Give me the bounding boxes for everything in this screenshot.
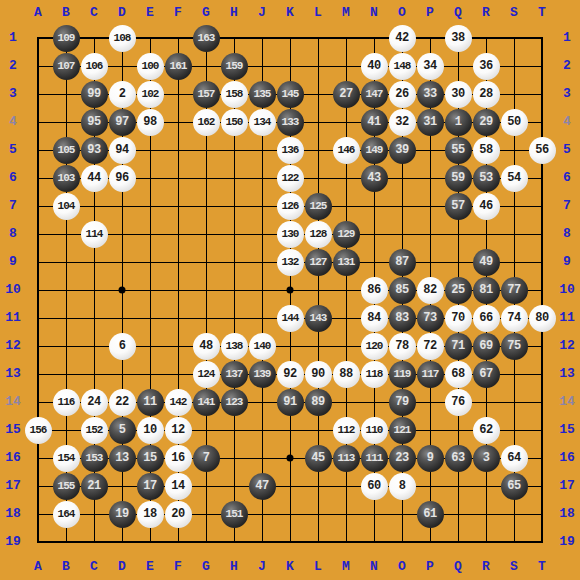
white-stone-D14-move-22: 22 [109, 389, 136, 416]
white-stone-R11-move-66: 66 [473, 305, 500, 332]
white-stone-R7-move-46: 46 [473, 193, 500, 220]
row-label-right-11: 11 [554, 305, 580, 331]
black-stone-G3-move-157: 157 [193, 81, 220, 108]
black-stone-D18-move-19: 19 [109, 501, 136, 528]
row-label-left-8: 8 [0, 221, 26, 247]
black-stone-N16-move-111: 111 [361, 445, 388, 472]
black-stone-H13-move-137: 137 [221, 361, 248, 388]
white-stone-E3-move-102: 102 [137, 81, 164, 108]
col-label-bottom-E: E [137, 554, 163, 580]
row-label-left-13: 13 [0, 361, 26, 387]
black-stone-O14-move-79: 79 [389, 389, 416, 416]
col-label-top-J: J [249, 0, 275, 26]
white-stone-K13-move-92: 92 [277, 361, 304, 388]
white-stone-D12-move-6: 6 [109, 333, 136, 360]
col-label-bottom-H: H [221, 554, 247, 580]
hoshi-point-D10 [119, 287, 126, 294]
black-stone-M9-move-131: 131 [333, 249, 360, 276]
black-stone-L9-move-127: 127 [305, 249, 332, 276]
white-stone-N11-move-84: 84 [361, 305, 388, 332]
black-stone-C4-move-95: 95 [81, 109, 108, 136]
hoshi-point-K16 [287, 455, 294, 462]
black-stone-R6-move-53: 53 [473, 165, 500, 192]
white-stone-O12-move-78: 78 [389, 333, 416, 360]
col-label-bottom-F: F [165, 554, 191, 580]
row-label-left-12: 12 [0, 333, 26, 359]
row-label-right-17: 17 [554, 473, 580, 499]
col-label-top-O: O [389, 0, 415, 26]
white-stone-D3-move-2: 2 [109, 81, 136, 108]
white-stone-Q14-move-76: 76 [445, 389, 472, 416]
row-label-left-2: 2 [0, 53, 26, 79]
black-stone-J3-move-135: 135 [249, 81, 276, 108]
white-stone-L8-move-128: 128 [305, 221, 332, 248]
black-stone-S12-move-75: 75 [501, 333, 528, 360]
hoshi-point-K10 [287, 287, 294, 294]
white-stone-Q3-move-30: 30 [445, 81, 472, 108]
col-label-bottom-M: M [333, 554, 359, 580]
black-stone-N4-move-41: 41 [361, 109, 388, 136]
black-stone-B1-move-109: 109 [53, 25, 80, 52]
white-stone-B16-move-154: 154 [53, 445, 80, 472]
col-label-top-B: B [53, 0, 79, 26]
white-stone-K6-move-122: 122 [277, 165, 304, 192]
row-label-right-15: 15 [554, 417, 580, 443]
white-stone-G13-move-124: 124 [193, 361, 220, 388]
black-stone-J17-move-47: 47 [249, 473, 276, 500]
row-label-right-8: 8 [554, 221, 580, 247]
black-stone-Q5-move-55: 55 [445, 137, 472, 164]
white-stone-N15-move-110: 110 [361, 417, 388, 444]
white-stone-D5-move-94: 94 [109, 137, 136, 164]
row-label-right-1: 1 [554, 25, 580, 51]
black-stone-B5-move-105: 105 [53, 137, 80, 164]
black-stone-P4-move-31: 31 [417, 109, 444, 136]
col-label-top-L: L [305, 0, 331, 26]
row-label-left-11: 11 [0, 305, 26, 331]
black-stone-H2-move-159: 159 [221, 53, 248, 80]
white-stone-B14-move-116: 116 [53, 389, 80, 416]
white-stone-C8-move-114: 114 [81, 221, 108, 248]
row-label-left-17: 17 [0, 473, 26, 499]
black-stone-Q7-move-57: 57 [445, 193, 472, 220]
white-stone-N10-move-86: 86 [361, 277, 388, 304]
white-stone-S11-move-74: 74 [501, 305, 528, 332]
black-stone-E16-move-15: 15 [137, 445, 164, 472]
row-label-left-14: 14 [0, 389, 26, 415]
row-label-right-13: 13 [554, 361, 580, 387]
white-stone-F15-move-12: 12 [165, 417, 192, 444]
white-stone-B18-move-164: 164 [53, 501, 80, 528]
black-stone-Q16-move-63: 63 [445, 445, 472, 472]
white-stone-F14-move-142: 142 [165, 389, 192, 416]
col-label-top-F: F [165, 0, 191, 26]
row-label-left-19: 19 [0, 529, 26, 555]
white-stone-J4-move-134: 134 [249, 109, 276, 136]
black-stone-Q4-move-1: 1 [445, 109, 472, 136]
black-stone-P11-move-73: 73 [417, 305, 444, 332]
black-stone-M16-move-113: 113 [333, 445, 360, 472]
white-stone-K5-move-136: 136 [277, 137, 304, 164]
white-stone-R3-move-28: 28 [473, 81, 500, 108]
white-stone-N17-move-60: 60 [361, 473, 388, 500]
col-label-bottom-J: J [249, 554, 275, 580]
black-stone-Q6-move-59: 59 [445, 165, 472, 192]
white-stone-F17-move-14: 14 [165, 473, 192, 500]
row-label-left-5: 5 [0, 137, 26, 163]
col-label-top-A: A [25, 0, 51, 26]
row-label-right-16: 16 [554, 445, 580, 471]
black-stone-K14-move-91: 91 [277, 389, 304, 416]
black-stone-R4-move-29: 29 [473, 109, 500, 136]
row-label-right-10: 10 [554, 277, 580, 303]
white-stone-P12-move-72: 72 [417, 333, 444, 360]
row-label-left-1: 1 [0, 25, 26, 51]
col-label-bottom-P: P [417, 554, 443, 580]
row-label-right-9: 9 [554, 249, 580, 275]
white-stone-E18-move-18: 18 [137, 501, 164, 528]
col-label-top-H: H [221, 0, 247, 26]
col-label-bottom-S: S [501, 554, 527, 580]
white-stone-O4-move-32: 32 [389, 109, 416, 136]
white-stone-S4-move-50: 50 [501, 109, 528, 136]
black-stone-P18-move-61: 61 [417, 501, 444, 528]
black-stone-H18-move-151: 151 [221, 501, 248, 528]
col-label-bottom-T: T [529, 554, 555, 580]
white-stone-E4-move-98: 98 [137, 109, 164, 136]
white-stone-S16-move-64: 64 [501, 445, 528, 472]
black-stone-M3-move-27: 27 [333, 81, 360, 108]
black-stone-N5-move-149: 149 [361, 137, 388, 164]
white-stone-E2-move-100: 100 [137, 53, 164, 80]
black-stone-R9-move-49: 49 [473, 249, 500, 276]
black-stone-P3-move-33: 33 [417, 81, 444, 108]
white-stone-J12-move-140: 140 [249, 333, 276, 360]
black-stone-R12-move-69: 69 [473, 333, 500, 360]
white-stone-F18-move-20: 20 [165, 501, 192, 528]
black-stone-B2-move-107: 107 [53, 53, 80, 80]
white-stone-E15-move-10: 10 [137, 417, 164, 444]
white-stone-K9-move-132: 132 [277, 249, 304, 276]
black-stone-P16-move-9: 9 [417, 445, 444, 472]
row-label-right-3: 3 [554, 81, 580, 107]
white-stone-P10-move-82: 82 [417, 277, 444, 304]
black-stone-E14-move-11: 11 [137, 389, 164, 416]
white-stone-G4-move-162: 162 [193, 109, 220, 136]
white-stone-N13-move-118: 118 [361, 361, 388, 388]
black-stone-N3-move-147: 147 [361, 81, 388, 108]
col-label-top-C: C [81, 0, 107, 26]
col-label-bottom-C: C [81, 554, 107, 580]
black-stone-F2-move-161: 161 [165, 53, 192, 80]
black-stone-D16-move-13: 13 [109, 445, 136, 472]
white-stone-Q1-move-38: 38 [445, 25, 472, 52]
row-label-right-5: 5 [554, 137, 580, 163]
col-label-top-T: T [529, 0, 555, 26]
col-label-bottom-K: K [277, 554, 303, 580]
col-label-top-S: S [501, 0, 527, 26]
white-stone-O17-move-8: 8 [389, 473, 416, 500]
white-stone-C15-move-152: 152 [81, 417, 108, 444]
row-label-left-18: 18 [0, 501, 26, 527]
white-stone-C14-move-24: 24 [81, 389, 108, 416]
white-stone-H3-move-158: 158 [221, 81, 248, 108]
black-stone-O11-move-83: 83 [389, 305, 416, 332]
black-stone-C16-move-153: 153 [81, 445, 108, 472]
white-stone-K7-move-126: 126 [277, 193, 304, 220]
black-stone-L7-move-125: 125 [305, 193, 332, 220]
black-stone-P13-move-117: 117 [417, 361, 444, 388]
row-label-left-16: 16 [0, 445, 26, 471]
white-stone-R2-move-36: 36 [473, 53, 500, 80]
col-label-bottom-B: B [53, 554, 79, 580]
white-stone-S6-move-54: 54 [501, 165, 528, 192]
black-stone-R16-move-3: 3 [473, 445, 500, 472]
white-stone-K8-move-130: 130 [277, 221, 304, 248]
black-stone-B6-move-103: 103 [53, 165, 80, 192]
black-stone-D15-move-5: 5 [109, 417, 136, 444]
row-label-right-6: 6 [554, 165, 580, 191]
white-stone-D1-move-108: 108 [109, 25, 136, 52]
row-label-left-6: 6 [0, 165, 26, 191]
black-stone-O16-move-23: 23 [389, 445, 416, 472]
white-stone-Q13-move-68: 68 [445, 361, 472, 388]
col-label-top-Q: Q [445, 0, 471, 26]
white-stone-G12-move-48: 48 [193, 333, 220, 360]
black-stone-S10-move-77: 77 [501, 277, 528, 304]
black-stone-D4-move-97: 97 [109, 109, 136, 136]
row-label-right-2: 2 [554, 53, 580, 79]
col-label-top-M: M [333, 0, 359, 26]
col-label-bottom-D: D [109, 554, 135, 580]
black-stone-R10-move-81: 81 [473, 277, 500, 304]
black-stone-C5-move-93: 93 [81, 137, 108, 164]
white-stone-M13-move-88: 88 [333, 361, 360, 388]
col-label-bottom-N: N [361, 554, 387, 580]
white-stone-T11-move-80: 80 [529, 305, 556, 332]
black-stone-J13-move-139: 139 [249, 361, 276, 388]
col-label-bottom-R: R [473, 554, 499, 580]
white-stone-M15-move-112: 112 [333, 417, 360, 444]
black-stone-G14-move-141: 141 [193, 389, 220, 416]
col-label-top-K: K [277, 0, 303, 26]
col-label-top-E: E [137, 0, 163, 26]
white-stone-D6-move-96: 96 [109, 165, 136, 192]
white-stone-H4-move-150: 150 [221, 109, 248, 136]
white-stone-A15-move-156: 156 [25, 417, 52, 444]
row-label-right-4: 4 [554, 109, 580, 135]
black-stone-Q12-move-71: 71 [445, 333, 472, 360]
col-label-bottom-Q: Q [445, 554, 471, 580]
white-stone-O1-move-42: 42 [389, 25, 416, 52]
black-stone-O10-move-85: 85 [389, 277, 416, 304]
col-label-top-D: D [109, 0, 135, 26]
white-stone-Q11-move-70: 70 [445, 305, 472, 332]
row-label-left-7: 7 [0, 193, 26, 219]
black-stone-O5-move-39: 39 [389, 137, 416, 164]
black-stone-O13-move-119: 119 [389, 361, 416, 388]
white-stone-K11-move-144: 144 [277, 305, 304, 332]
white-stone-F16-move-16: 16 [165, 445, 192, 472]
row-label-left-3: 3 [0, 81, 26, 107]
black-stone-R13-move-67: 67 [473, 361, 500, 388]
black-stone-C3-move-99: 99 [81, 81, 108, 108]
black-stone-B17-move-155: 155 [53, 473, 80, 500]
white-stone-C2-move-106: 106 [81, 53, 108, 80]
col-label-bottom-L: L [305, 554, 331, 580]
col-label-bottom-A: A [25, 554, 51, 580]
black-stone-N6-move-43: 43 [361, 165, 388, 192]
col-label-top-G: G [193, 0, 219, 26]
row-label-left-4: 4 [0, 109, 26, 135]
black-stone-G16-move-7: 7 [193, 445, 220, 472]
white-stone-L13-move-90: 90 [305, 361, 332, 388]
row-label-left-15: 15 [0, 417, 26, 443]
black-stone-H14-move-123: 123 [221, 389, 248, 416]
row-label-right-7: 7 [554, 193, 580, 219]
row-label-right-18: 18 [554, 501, 580, 527]
col-label-bottom-O: O [389, 554, 415, 580]
black-stone-O9-move-87: 87 [389, 249, 416, 276]
white-stone-R5-move-58: 58 [473, 137, 500, 164]
black-stone-O15-move-121: 121 [389, 417, 416, 444]
col-label-top-N: N [361, 0, 387, 26]
row-label-left-10: 10 [0, 277, 26, 303]
white-stone-C6-move-44: 44 [81, 165, 108, 192]
white-stone-N12-move-120: 120 [361, 333, 388, 360]
black-stone-L16-move-45: 45 [305, 445, 332, 472]
go-board-diagram: AABBCCDDEEFFGGHHJJKKLLMMNNOOPPQQRRSSTT11… [0, 0, 580, 580]
white-stone-R15-move-62: 62 [473, 417, 500, 444]
col-label-bottom-G: G [193, 554, 219, 580]
col-label-top-R: R [473, 0, 499, 26]
row-label-right-12: 12 [554, 333, 580, 359]
black-stone-C17-move-21: 21 [81, 473, 108, 500]
black-stone-K3-move-145: 145 [277, 81, 304, 108]
row-label-left-9: 9 [0, 249, 26, 275]
black-stone-K4-move-133: 133 [277, 109, 304, 136]
row-label-right-19: 19 [554, 529, 580, 555]
row-label-right-14: 14 [554, 389, 580, 415]
black-stone-L11-move-143: 143 [305, 305, 332, 332]
black-stone-S17-move-65: 65 [501, 473, 528, 500]
col-label-top-P: P [417, 0, 443, 26]
white-stone-P2-move-34: 34 [417, 53, 444, 80]
black-stone-E17-move-17: 17 [137, 473, 164, 500]
white-stone-B7-move-104: 104 [53, 193, 80, 220]
white-stone-T5-move-56: 56 [529, 137, 556, 164]
white-stone-O3-move-26: 26 [389, 81, 416, 108]
black-stone-G1-move-163: 163 [193, 25, 220, 52]
white-stone-H12-move-138: 138 [221, 333, 248, 360]
black-stone-M8-move-129: 129 [333, 221, 360, 248]
white-stone-M5-move-146: 146 [333, 137, 360, 164]
black-stone-L14-move-89: 89 [305, 389, 332, 416]
black-stone-Q10-move-25: 25 [445, 277, 472, 304]
white-stone-O2-move-148: 148 [389, 53, 416, 80]
white-stone-N2-move-40: 40 [361, 53, 388, 80]
